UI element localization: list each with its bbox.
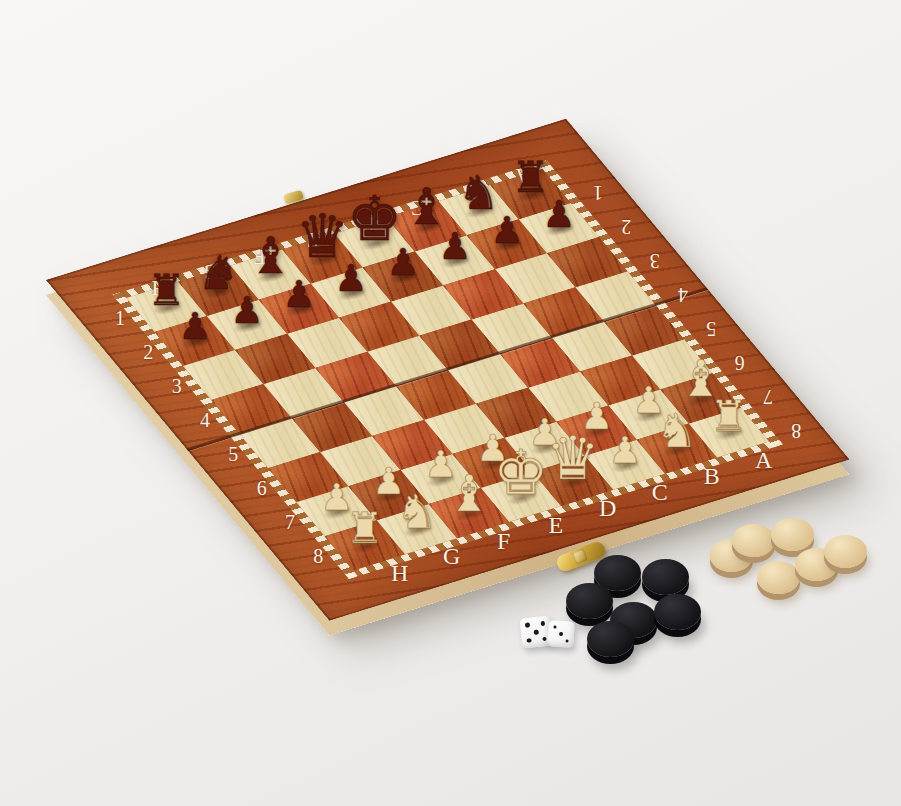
rank-label-left-3: 3 bbox=[172, 376, 182, 396]
dark-pawn-glyph: ♟ bbox=[542, 196, 575, 233]
checker-black-3[interactable] bbox=[566, 583, 613, 619]
checker-wood-4[interactable] bbox=[757, 561, 800, 594]
rank-label-left-1: 1 bbox=[115, 308, 125, 328]
light-king-glyph: ♚ bbox=[493, 442, 549, 504]
checker-black-6[interactable] bbox=[587, 621, 634, 657]
light-rook-glyph: ♜ bbox=[346, 507, 385, 550]
scene: HHGGFFEEDDCCBBAA1122334455667788 ♜♞♝♚♛♝♞… bbox=[0, 0, 901, 806]
rank-label-left-6: 6 bbox=[257, 478, 267, 498]
dark-pawn-glyph: ♟ bbox=[334, 260, 367, 297]
file-label-bottom-C: C bbox=[652, 480, 668, 504]
file-label-bottom-F: F bbox=[497, 529, 510, 553]
checker-wood-3[interactable] bbox=[771, 518, 814, 551]
light-bishop-glyph: ♝ bbox=[446, 469, 491, 519]
rank-label-right-2: 2 bbox=[621, 217, 631, 237]
rank-label-right-8: 8 bbox=[791, 421, 801, 441]
rank-label-left-7: 7 bbox=[285, 512, 295, 532]
checker-black-5[interactable] bbox=[654, 594, 701, 630]
rank-label-right-4: 4 bbox=[678, 285, 688, 305]
dark-pawn-glyph: ♟ bbox=[438, 228, 471, 265]
file-label-bottom-E: E bbox=[548, 513, 563, 537]
checker-black-2[interactable] bbox=[642, 559, 689, 595]
die-pip bbox=[534, 630, 539, 635]
die-pip bbox=[565, 639, 569, 643]
rank-label-left-8: 8 bbox=[313, 546, 323, 566]
die-2-showing-3[interactable] bbox=[547, 620, 575, 648]
file-label-bottom-B: B bbox=[704, 464, 720, 488]
light-knight-glyph: ♞ bbox=[396, 488, 438, 535]
die-pip bbox=[553, 625, 557, 629]
dark-pawn-glyph: ♟ bbox=[178, 308, 211, 345]
die-pip bbox=[542, 636, 547, 641]
rank-label-right-6: 6 bbox=[735, 353, 745, 373]
light-pawn-glyph: ♟ bbox=[608, 432, 641, 469]
rank-label-right-5: 5 bbox=[706, 319, 716, 339]
light-rook-glyph: ♜ bbox=[710, 395, 749, 438]
rank-label-right-7: 7 bbox=[763, 387, 773, 407]
checker-wood-6[interactable] bbox=[824, 535, 867, 568]
dark-pawn-glyph: ♟ bbox=[386, 244, 419, 281]
dark-pawn-glyph: ♟ bbox=[230, 292, 263, 329]
light-queen-glyph: ♛ bbox=[546, 428, 600, 488]
file-label-bottom-H: H bbox=[391, 561, 408, 585]
rank-label-left-5: 5 bbox=[228, 444, 238, 464]
dark-pawn-glyph: ♟ bbox=[490, 212, 523, 249]
file-label-bottom-A: A bbox=[755, 448, 772, 472]
die-pip bbox=[527, 638, 532, 643]
rank-label-right-1: 1 bbox=[593, 183, 603, 203]
rank-label-left-4: 4 bbox=[200, 410, 210, 430]
die-pip bbox=[540, 621, 545, 626]
rank-label-right-3: 3 bbox=[650, 251, 660, 271]
dark-pawn-glyph: ♟ bbox=[282, 276, 315, 313]
rank-label-left-2: 2 bbox=[143, 342, 153, 362]
file-label-bottom-G: G bbox=[443, 544, 460, 568]
checker-wood-2[interactable] bbox=[732, 524, 775, 557]
die-pip bbox=[525, 623, 530, 628]
light-knight-glyph: ♞ bbox=[656, 407, 698, 454]
die-pip bbox=[559, 632, 563, 636]
file-label-bottom-D: D bbox=[599, 496, 616, 520]
